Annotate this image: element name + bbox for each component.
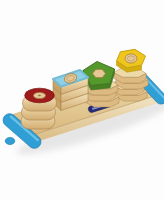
hexagon-center-inset (125, 54, 137, 63)
pentagon-center-inset (93, 69, 106, 77)
product-photo (0, 0, 164, 200)
circle-stack (21, 88, 57, 129)
circle-top-piece (25, 88, 55, 103)
circle-center-dot (38, 95, 41, 97)
left-handle-foot (5, 137, 15, 144)
